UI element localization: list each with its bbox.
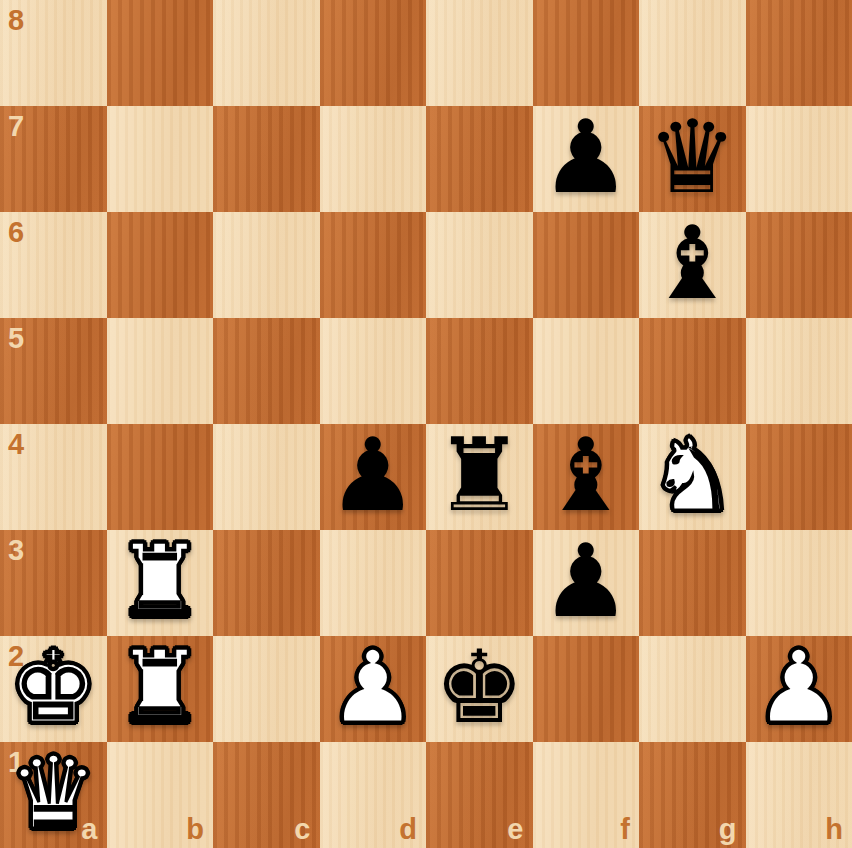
square-c7[interactable] (213, 106, 320, 212)
square-a4[interactable]: 4 (0, 424, 107, 530)
piece-black-pawn[interactable]: ♟ (540, 530, 631, 634)
piece-white-knight[interactable]: ♞ (647, 424, 738, 528)
square-f6[interactable] (533, 212, 640, 318)
square-f5[interactable] (533, 318, 640, 424)
file-label-g: g (719, 815, 737, 844)
square-d2[interactable]: ♟ (320, 636, 427, 742)
square-h5[interactable] (746, 318, 852, 424)
square-a7[interactable]: 7 (0, 106, 107, 212)
piece-black-pawn[interactable]: ♟ (327, 424, 418, 528)
square-a6[interactable]: 6 (0, 212, 107, 318)
piece-white-pawn[interactable]: ♟ (327, 636, 418, 740)
square-b2[interactable]: ♜ (107, 636, 214, 742)
square-e4[interactable]: ♜ (426, 424, 533, 530)
square-c2[interactable] (213, 636, 320, 742)
square-h7[interactable] (746, 106, 852, 212)
piece-white-rook[interactable]: ♜ (114, 530, 205, 634)
square-b1[interactable]: b (107, 742, 214, 848)
piece-black-bishop[interactable]: ♝ (647, 212, 738, 316)
square-f2[interactable] (533, 636, 640, 742)
file-label-e: e (507, 815, 523, 844)
square-d4[interactable]: ♟ (320, 424, 427, 530)
rank-label-5: 5 (8, 324, 24, 353)
square-g7[interactable]: ♛ (639, 106, 746, 212)
square-g3[interactable] (639, 530, 746, 636)
file-label-f: f (620, 815, 630, 844)
rank-label-7: 7 (8, 112, 24, 141)
square-b3[interactable]: ♜ (107, 530, 214, 636)
square-d6[interactable] (320, 212, 427, 318)
square-g8[interactable] (639, 0, 746, 106)
file-label-h: h (825, 815, 843, 844)
square-h2[interactable]: ♟ (746, 636, 852, 742)
rank-label-8: 8 (8, 6, 24, 35)
square-e6[interactable] (426, 212, 533, 318)
square-a3[interactable]: 3 (0, 530, 107, 636)
square-d5[interactable] (320, 318, 427, 424)
chess-board: 87♟♛6♝54♟♜♝♞3♜♟2♚♜♟♚♟1a♛bcdefgh (0, 0, 852, 848)
square-e1[interactable]: e (426, 742, 533, 848)
square-h1[interactable]: h (746, 742, 852, 848)
square-f7[interactable]: ♟ (533, 106, 640, 212)
piece-black-king[interactable]: ♚ (434, 636, 525, 740)
square-c5[interactable] (213, 318, 320, 424)
piece-black-rook[interactable]: ♜ (434, 424, 525, 528)
piece-black-queen[interactable]: ♛ (647, 106, 738, 210)
square-c3[interactable] (213, 530, 320, 636)
square-g4[interactable]: ♞ (639, 424, 746, 530)
piece-black-pawn[interactable]: ♟ (540, 106, 631, 210)
square-e2[interactable]: ♚ (426, 636, 533, 742)
piece-white-rook[interactable]: ♜ (114, 636, 205, 740)
square-e5[interactable] (426, 318, 533, 424)
square-c6[interactable] (213, 212, 320, 318)
rank-label-6: 6 (8, 218, 24, 247)
file-label-b: b (186, 815, 204, 844)
square-b4[interactable] (107, 424, 214, 530)
square-d3[interactable] (320, 530, 427, 636)
square-b6[interactable] (107, 212, 214, 318)
square-h6[interactable] (746, 212, 852, 318)
square-b7[interactable] (107, 106, 214, 212)
square-h3[interactable] (746, 530, 852, 636)
square-f3[interactable]: ♟ (533, 530, 640, 636)
rank-label-4: 4 (8, 430, 24, 459)
square-d1[interactable]: d (320, 742, 427, 848)
square-g1[interactable]: g (639, 742, 746, 848)
square-g6[interactable]: ♝ (639, 212, 746, 318)
piece-white-pawn[interactable]: ♟ (753, 636, 844, 740)
square-b8[interactable] (107, 0, 214, 106)
square-d7[interactable] (320, 106, 427, 212)
square-a5[interactable]: 5 (0, 318, 107, 424)
square-c4[interactable] (213, 424, 320, 530)
square-c8[interactable] (213, 0, 320, 106)
square-a1[interactable]: 1a♛ (0, 742, 107, 848)
square-f1[interactable]: f (533, 742, 640, 848)
square-e3[interactable] (426, 530, 533, 636)
square-f4[interactable]: ♝ (533, 424, 640, 530)
piece-white-queen[interactable]: ♛ (8, 742, 99, 846)
square-e8[interactable] (426, 0, 533, 106)
square-g5[interactable] (639, 318, 746, 424)
square-h8[interactable] (746, 0, 852, 106)
square-f8[interactable] (533, 0, 640, 106)
square-c1[interactable]: c (213, 742, 320, 848)
file-label-d: d (399, 815, 417, 844)
file-label-c: c (294, 815, 310, 844)
rank-label-3: 3 (8, 536, 24, 565)
square-g2[interactable] (639, 636, 746, 742)
square-h4[interactable] (746, 424, 852, 530)
piece-white-king[interactable]: ♚ (8, 636, 99, 740)
square-d8[interactable] (320, 0, 427, 106)
square-b5[interactable] (107, 318, 214, 424)
piece-black-bishop[interactable]: ♝ (540, 424, 631, 528)
square-a2[interactable]: 2♚ (0, 636, 107, 742)
square-e7[interactable] (426, 106, 533, 212)
square-a8[interactable]: 8 (0, 0, 107, 106)
